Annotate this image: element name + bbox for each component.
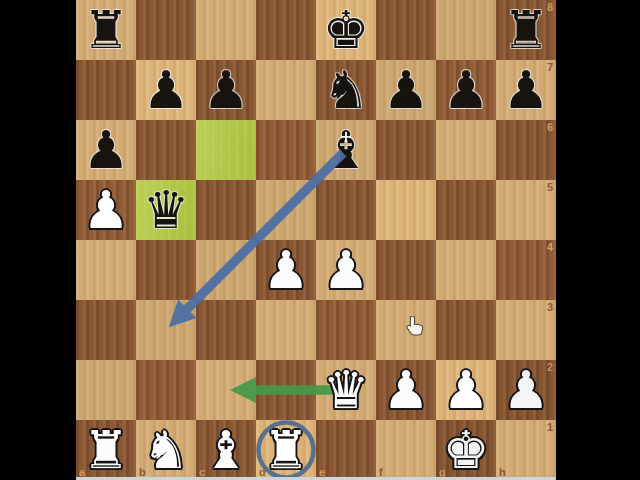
square-g7[interactable]: ♟: [436, 60, 496, 120]
piece-white-pawn[interactable]: ♟: [263, 240, 310, 300]
piece-black-rook[interactable]: ♜: [83, 0, 130, 60]
piece-white-pawn[interactable]: ♟: [503, 360, 550, 420]
square-d4[interactable]: ♟: [256, 240, 316, 300]
square-d2[interactable]: [256, 360, 316, 420]
square-e7[interactable]: ♞: [316, 60, 376, 120]
square-c4[interactable]: [196, 240, 256, 300]
square-a8[interactable]: ♜: [76, 0, 136, 60]
square-c5[interactable]: [196, 180, 256, 240]
square-d7[interactable]: [256, 60, 316, 120]
piece-black-pawn[interactable]: ♟: [503, 60, 550, 120]
square-h1[interactable]: 1h: [496, 420, 556, 480]
rank-label-7: 7: [547, 62, 553, 73]
square-c8[interactable]: [196, 0, 256, 60]
square-g2[interactable]: ♟: [436, 360, 496, 420]
square-c6[interactable]: [196, 120, 256, 180]
square-f2[interactable]: ♟: [376, 360, 436, 420]
square-b6[interactable]: [136, 120, 196, 180]
video-frame: ♜♚8♜♟♟♞♟♟7♟♟♝+6♟♛5♟♟43♛♟♟2♟a♜b♞c♝d♜efg♚1…: [0, 0, 640, 480]
square-f3[interactable]: [376, 300, 436, 360]
square-d8[interactable]: [256, 0, 316, 60]
square-d5[interactable]: [256, 180, 316, 240]
square-e5[interactable]: [316, 180, 376, 240]
square-f6[interactable]: [376, 120, 436, 180]
square-b4[interactable]: [136, 240, 196, 300]
piece-black-pawn[interactable]: ♟: [383, 60, 430, 120]
piece-black-pawn[interactable]: ♟: [143, 60, 190, 120]
chess-board[interactable]: ♜♚8♜♟♟♞♟♟7♟♟♝+6♟♛5♟♟43♛♟♟2♟a♜b♞c♝d♜efg♚1…: [76, 0, 556, 480]
square-g3[interactable]: [436, 300, 496, 360]
rank-label-1: 1: [547, 422, 553, 433]
piece-white-bishop[interactable]: ♝: [203, 420, 250, 480]
square-e1[interactable]: e: [316, 420, 376, 480]
square-c1[interactable]: c♝: [196, 420, 256, 480]
rank-label-6: 6: [547, 122, 553, 133]
piece-black-queen[interactable]: ♛: [143, 180, 190, 240]
square-a3[interactable]: [76, 300, 136, 360]
square-a4[interactable]: [76, 240, 136, 300]
piece-black-bishop[interactable]: ♝+: [323, 120, 370, 180]
piece-black-knight[interactable]: ♞: [323, 60, 370, 120]
rank-label-8: 8: [547, 2, 553, 13]
square-e3[interactable]: [316, 300, 376, 360]
square-b8[interactable]: [136, 0, 196, 60]
square-f7[interactable]: ♟: [376, 60, 436, 120]
square-h4[interactable]: 4: [496, 240, 556, 300]
piece-white-pawn[interactable]: ♟: [323, 240, 370, 300]
piece-white-queen[interactable]: ♛: [323, 360, 370, 420]
rank-label-4: 4: [547, 242, 553, 253]
square-d6[interactable]: [256, 120, 316, 180]
square-b7[interactable]: ♟: [136, 60, 196, 120]
square-e8[interactable]: ♚: [316, 0, 376, 60]
square-g6[interactable]: [436, 120, 496, 180]
square-a7[interactable]: [76, 60, 136, 120]
bishop-cross-detail: +: [339, 129, 352, 145]
square-a5[interactable]: ♟: [76, 180, 136, 240]
square-b5[interactable]: ♛: [136, 180, 196, 240]
piece-black-rook[interactable]: ♜: [503, 0, 550, 60]
rank-label-3: 3: [547, 302, 553, 313]
piece-white-king[interactable]: ♚: [443, 420, 490, 480]
square-a1[interactable]: a♜: [76, 420, 136, 480]
piece-black-pawn[interactable]: ♟: [83, 120, 130, 180]
square-h7[interactable]: 7♟: [496, 60, 556, 120]
square-c7[interactable]: ♟: [196, 60, 256, 120]
square-g4[interactable]: [436, 240, 496, 300]
letterbox-left: [0, 0, 76, 480]
piece-black-pawn[interactable]: ♟: [203, 60, 250, 120]
square-b2[interactable]: [136, 360, 196, 420]
piece-white-knight[interactable]: ♞: [143, 420, 190, 480]
square-f4[interactable]: [376, 240, 436, 300]
square-d3[interactable]: [256, 300, 316, 360]
square-f8[interactable]: [376, 0, 436, 60]
square-f5[interactable]: [376, 180, 436, 240]
piece-black-king[interactable]: ♚: [323, 0, 370, 60]
square-e6[interactable]: ♝+: [316, 120, 376, 180]
square-e2[interactable]: ♛: [316, 360, 376, 420]
square-h2[interactable]: 2♟: [496, 360, 556, 420]
piece-black-pawn[interactable]: ♟: [443, 60, 490, 120]
square-a2[interactable]: [76, 360, 136, 420]
square-b3[interactable]: [136, 300, 196, 360]
piece-white-rook[interactable]: ♜: [83, 420, 130, 480]
piece-white-pawn[interactable]: ♟: [383, 360, 430, 420]
square-g8[interactable]: [436, 0, 496, 60]
square-h5[interactable]: 5: [496, 180, 556, 240]
square-f1[interactable]: f: [376, 420, 436, 480]
rank-label-5: 5: [547, 182, 553, 193]
square-b1[interactable]: b♞: [136, 420, 196, 480]
square-c3[interactable]: [196, 300, 256, 360]
letterbox-right: [556, 0, 640, 480]
piece-white-pawn[interactable]: ♟: [83, 180, 130, 240]
square-h3[interactable]: 3: [496, 300, 556, 360]
square-d1[interactable]: d♜: [256, 420, 316, 480]
square-h6[interactable]: 6: [496, 120, 556, 180]
square-g1[interactable]: g♚: [436, 420, 496, 480]
rank-label-2: 2: [547, 362, 553, 373]
square-a6[interactable]: ♟: [76, 120, 136, 180]
square-e4[interactable]: ♟: [316, 240, 376, 300]
piece-white-pawn[interactable]: ♟: [443, 360, 490, 420]
piece-white-rook[interactable]: ♜: [263, 420, 310, 480]
square-h8[interactable]: 8♜: [496, 0, 556, 60]
square-c2[interactable]: [196, 360, 256, 420]
square-g5[interactable]: [436, 180, 496, 240]
